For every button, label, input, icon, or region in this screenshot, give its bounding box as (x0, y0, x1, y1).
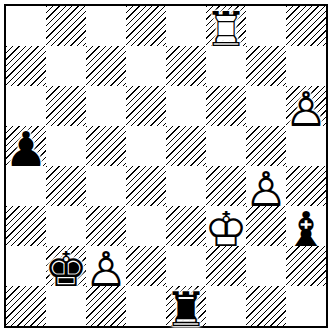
square-c5[interactable] (86, 126, 126, 166)
square-a7[interactable] (6, 46, 46, 86)
square-d2[interactable] (126, 246, 166, 286)
square-b3[interactable] (46, 206, 86, 246)
square-d6[interactable] (126, 86, 166, 126)
square-d5[interactable] (126, 126, 166, 166)
square-f3[interactable]: ♚♔ (206, 206, 246, 246)
square-f7[interactable] (206, 46, 246, 86)
square-h2[interactable] (286, 246, 326, 286)
square-a6[interactable] (6, 86, 46, 126)
square-a3[interactable] (6, 206, 46, 246)
square-h4[interactable] (286, 166, 326, 206)
square-h7[interactable] (286, 46, 326, 86)
white-pawn-h6-fill: ♟ (286, 89, 326, 129)
square-f8[interactable]: ♜♖ (206, 6, 246, 46)
square-g3[interactable] (246, 206, 286, 246)
square-f1[interactable] (206, 286, 246, 326)
square-h5[interactable] (286, 126, 326, 166)
square-d8[interactable] (126, 6, 166, 46)
square-c7[interactable] (86, 46, 126, 86)
square-d4[interactable] (126, 166, 166, 206)
square-g6[interactable] (246, 86, 286, 126)
white-pawn-g4[interactable]: ♟♙ (246, 166, 286, 206)
square-e6[interactable] (166, 86, 206, 126)
black-king-glyph: ♚ (46, 249, 86, 289)
square-e2[interactable] (166, 246, 206, 286)
white-pawn-h6-glyph: ♙ (286, 89, 326, 129)
square-h1[interactable] (286, 286, 326, 326)
square-b1[interactable] (46, 286, 86, 326)
black-rook[interactable]: ♜ (166, 286, 206, 326)
square-a2[interactable] (6, 246, 46, 286)
square-a8[interactable] (6, 6, 46, 46)
white-pawn-c2[interactable]: ♟♙ (86, 246, 126, 286)
square-b5[interactable] (46, 126, 86, 166)
square-f6[interactable] (206, 86, 246, 126)
square-d7[interactable] (126, 46, 166, 86)
square-h3[interactable]: ♝ (286, 206, 326, 246)
square-c3[interactable] (86, 206, 126, 246)
square-b7[interactable] (46, 46, 86, 86)
square-h8[interactable] (286, 6, 326, 46)
white-rook-fill: ♜ (206, 9, 246, 49)
chess-board: ♜♖♟♙♟♟♙♚♔♝♚♟♙♜ (6, 6, 326, 326)
square-c1[interactable] (86, 286, 126, 326)
white-king-fill: ♚ (206, 209, 246, 249)
square-d3[interactable] (126, 206, 166, 246)
square-h6[interactable]: ♟♙ (286, 86, 326, 126)
white-pawn-c2-glyph: ♙ (86, 249, 126, 289)
square-e1[interactable]: ♜ (166, 286, 206, 326)
square-f5[interactable] (206, 126, 246, 166)
square-c2[interactable]: ♟♙ (86, 246, 126, 286)
square-c4[interactable] (86, 166, 126, 206)
square-g5[interactable] (246, 126, 286, 166)
square-g7[interactable] (246, 46, 286, 86)
square-g2[interactable] (246, 246, 286, 286)
square-g1[interactable] (246, 286, 286, 326)
square-b8[interactable] (46, 6, 86, 46)
square-e4[interactable] (166, 166, 206, 206)
black-king[interactable]: ♚ (46, 246, 86, 286)
square-e8[interactable] (166, 6, 206, 46)
black-rook-glyph: ♜ (166, 289, 206, 329)
white-rook-glyph: ♖ (206, 9, 246, 49)
white-rook[interactable]: ♜♖ (206, 6, 246, 46)
black-bishop[interactable]: ♝ (286, 206, 326, 246)
square-e3[interactable] (166, 206, 206, 246)
square-a5[interactable]: ♟ (6, 126, 46, 166)
board-border: ♜♖♟♙♟♟♙♚♔♝♚♟♙♜ (4, 4, 328, 328)
square-e5[interactable] (166, 126, 206, 166)
white-king-glyph: ♔ (206, 209, 246, 249)
square-b6[interactable] (46, 86, 86, 126)
square-d1[interactable] (126, 286, 166, 326)
white-king[interactable]: ♚♔ (206, 206, 246, 246)
square-f4[interactable] (206, 166, 246, 206)
square-b2[interactable]: ♚ (46, 246, 86, 286)
square-f2[interactable] (206, 246, 246, 286)
square-a4[interactable] (6, 166, 46, 206)
black-pawn-a5-glyph: ♟ (6, 129, 46, 169)
white-pawn-h6[interactable]: ♟♙ (286, 86, 326, 126)
black-pawn-a5[interactable]: ♟ (6, 126, 46, 166)
white-pawn-c2-fill: ♟ (86, 249, 126, 289)
square-c8[interactable] (86, 6, 126, 46)
white-pawn-g4-glyph: ♙ (246, 169, 286, 209)
square-e7[interactable] (166, 46, 206, 86)
square-c6[interactable] (86, 86, 126, 126)
white-pawn-g4-fill: ♟ (246, 169, 286, 209)
square-g4[interactable]: ♟♙ (246, 166, 286, 206)
square-b4[interactable] (46, 166, 86, 206)
black-bishop-glyph: ♝ (286, 209, 326, 249)
square-g8[interactable] (246, 6, 286, 46)
square-a1[interactable] (6, 286, 46, 326)
chess-diagram: ♜♖♟♙♟♟♙♚♔♝♚♟♙♜ (0, 0, 332, 332)
